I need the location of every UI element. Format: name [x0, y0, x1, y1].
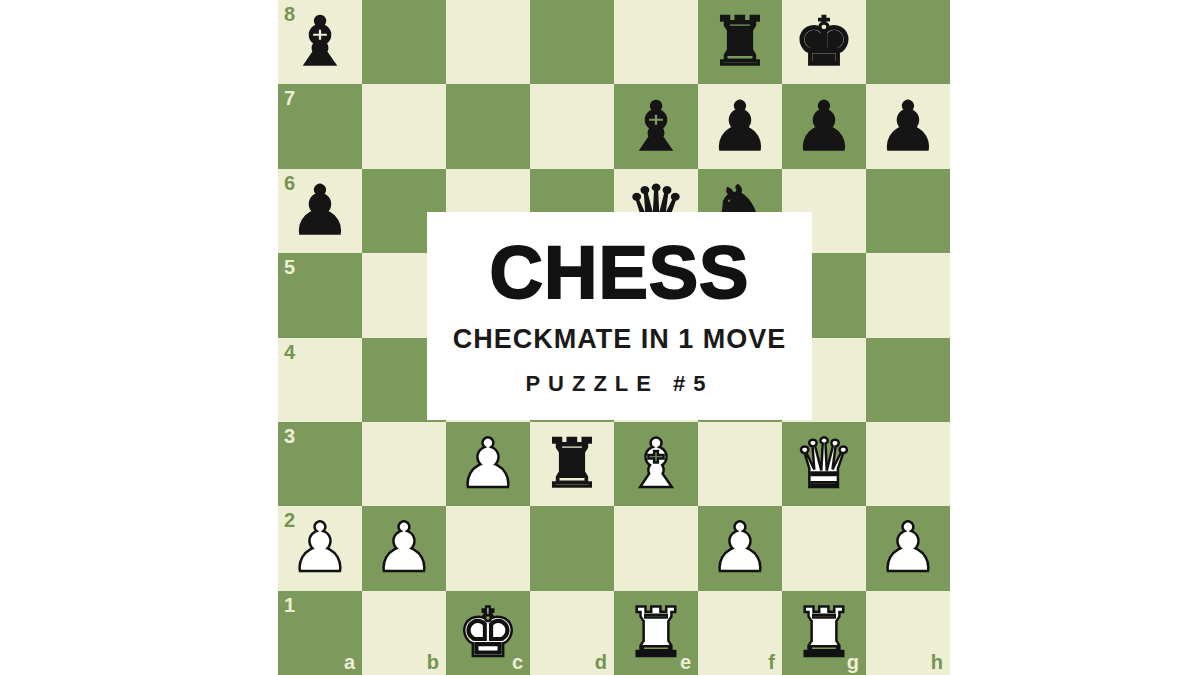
- piece-white-rook-g1: ♜: [794, 599, 855, 667]
- puzzle-graphic: 8♝♜♚7♝♟♟♟6♟♛♞543♟♜♝♛2♟♟♟♟1abc♚de♜fg♜h CH…: [0, 0, 1200, 675]
- square-h4: [866, 338, 950, 422]
- file-label-a: a: [344, 652, 355, 672]
- piece-white-rook-e1: ♜: [626, 599, 687, 667]
- square-g2: [782, 506, 866, 590]
- piece-black-pawn-f7: ♟: [710, 93, 771, 161]
- piece-white-queen-g3: ♛: [794, 430, 855, 498]
- square-d3: ♜: [530, 422, 614, 506]
- piece-white-pawn-h2: ♟: [878, 514, 939, 582]
- rank-label-7: 7: [284, 88, 295, 108]
- file-label-b: b: [427, 652, 439, 672]
- file-label-d: d: [595, 652, 607, 672]
- square-f8: ♜: [698, 0, 782, 84]
- file-label-h: h: [931, 652, 943, 672]
- title-card: CHESS CHECKMATE IN 1 MOVE PUZZLE #5: [427, 212, 812, 420]
- piece-black-bishop-a8: ♝: [290, 8, 351, 76]
- square-e1: e♜: [614, 591, 698, 675]
- square-b3: [362, 422, 446, 506]
- square-b8: [362, 0, 446, 84]
- square-a4: 4: [278, 338, 362, 422]
- square-a3: 3: [278, 422, 362, 506]
- card-title: CHESS: [490, 236, 750, 310]
- square-d7: [530, 84, 614, 168]
- square-f7: ♟: [698, 84, 782, 168]
- square-b1: b: [362, 591, 446, 675]
- card-subtitle: CHECKMATE IN 1 MOVE: [453, 324, 787, 355]
- square-c2: [446, 506, 530, 590]
- square-h1: h: [866, 591, 950, 675]
- piece-black-pawn-a6: ♟: [290, 177, 351, 245]
- square-f3: [698, 422, 782, 506]
- square-a7: 7: [278, 84, 362, 168]
- square-h5: [866, 253, 950, 337]
- square-a2: 2♟: [278, 506, 362, 590]
- square-a6: 6♟: [278, 169, 362, 253]
- square-c7: [446, 84, 530, 168]
- square-c1: c♚: [446, 591, 530, 675]
- square-c8: [446, 0, 530, 84]
- piece-black-pawn-g7: ♟: [794, 93, 855, 161]
- square-b2: ♟: [362, 506, 446, 590]
- square-b7: [362, 84, 446, 168]
- square-h6: [866, 169, 950, 253]
- square-a1: 1a: [278, 591, 362, 675]
- rank-label-1: 1: [284, 595, 295, 615]
- rank-label-5: 5: [284, 257, 295, 277]
- piece-white-king-c1: ♚: [458, 599, 519, 667]
- square-g3: ♛: [782, 422, 866, 506]
- piece-white-pawn-c3: ♟: [458, 430, 519, 498]
- card-puzzle-number: PUZZLE #5: [525, 371, 713, 397]
- rank-label-3: 3: [284, 426, 295, 446]
- piece-white-pawn-b2: ♟: [374, 514, 435, 582]
- square-a8: 8♝: [278, 0, 362, 84]
- square-e7: ♝: [614, 84, 698, 168]
- square-g8: ♚: [782, 0, 866, 84]
- piece-black-rook-d3: ♜: [542, 430, 603, 498]
- square-d8: [530, 0, 614, 84]
- square-e3: ♝: [614, 422, 698, 506]
- square-h8: [866, 0, 950, 84]
- square-g1: g♜: [782, 591, 866, 675]
- piece-white-bishop-e3: ♝: [626, 430, 687, 498]
- square-g7: ♟: [782, 84, 866, 168]
- square-h7: ♟: [866, 84, 950, 168]
- square-h2: ♟: [866, 506, 950, 590]
- square-c3: ♟: [446, 422, 530, 506]
- piece-white-pawn-a2: ♟: [290, 514, 351, 582]
- square-d1: d: [530, 591, 614, 675]
- square-a5: 5: [278, 253, 362, 337]
- square-h3: [866, 422, 950, 506]
- square-f1: f: [698, 591, 782, 675]
- piece-black-king-g8: ♚: [794, 8, 855, 76]
- square-f2: ♟: [698, 506, 782, 590]
- piece-black-pawn-h7: ♟: [878, 93, 939, 161]
- piece-black-bishop-e7: ♝: [626, 93, 687, 161]
- square-d2: [530, 506, 614, 590]
- piece-black-rook-f8: ♜: [710, 8, 771, 76]
- square-e8: [614, 0, 698, 84]
- square-e2: [614, 506, 698, 590]
- piece-white-pawn-f2: ♟: [710, 514, 771, 582]
- file-label-f: f: [768, 652, 775, 672]
- rank-label-4: 4: [284, 342, 295, 362]
